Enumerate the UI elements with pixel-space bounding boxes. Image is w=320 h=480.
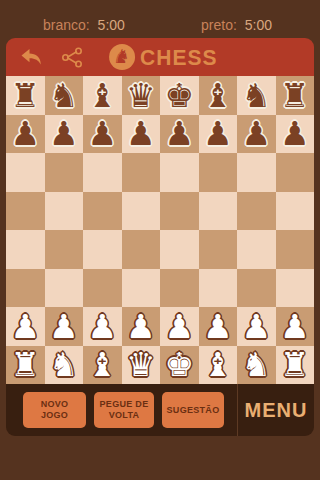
black-pawn-piece[interactable]: ♟	[10, 117, 40, 150]
square-g7[interactable]: ♟	[237, 115, 276, 154]
square-h6[interactable]	[276, 153, 315, 192]
square-f6[interactable]	[199, 153, 238, 192]
square-c3[interactable]	[83, 269, 122, 308]
square-c2[interactable]: ♟	[83, 307, 122, 346]
square-h8[interactable]: ♜	[276, 76, 315, 115]
square-d2[interactable]: ♟	[122, 307, 161, 346]
black-pawn-piece[interactable]: ♟	[49, 117, 79, 150]
square-e8[interactable]: ♚	[160, 76, 199, 115]
square-h1[interactable]: ♜	[276, 346, 315, 385]
square-e4[interactable]	[160, 230, 199, 269]
square-b4[interactable]	[45, 230, 84, 269]
white-pawn-piece[interactable]: ♟	[126, 310, 156, 343]
black-pawn-piece[interactable]: ♟	[203, 117, 233, 150]
square-c5[interactable]	[83, 192, 122, 231]
square-h3[interactable]	[276, 269, 315, 308]
square-d1[interactable]: ♛	[122, 346, 161, 385]
square-h4[interactable]	[276, 230, 315, 269]
square-b5[interactable]	[45, 192, 84, 231]
square-d3[interactable]	[122, 269, 161, 308]
square-c6[interactable]	[83, 153, 122, 192]
app-title: CHESS	[140, 44, 217, 70]
square-e6[interactable]	[160, 153, 199, 192]
white-clock: branco: 5:00	[43, 17, 125, 33]
square-c1[interactable]: ♝	[83, 346, 122, 385]
white-pawn-piece[interactable]: ♟	[203, 310, 233, 343]
square-d5[interactable]	[122, 192, 161, 231]
white-knight-piece[interactable]: ♞	[49, 348, 79, 381]
white-bishop-piece[interactable]: ♝	[87, 348, 117, 381]
square-f4[interactable]	[199, 230, 238, 269]
square-b3[interactable]	[45, 269, 84, 308]
square-h5[interactable]	[276, 192, 315, 231]
square-a7[interactable]: ♟	[6, 115, 45, 154]
square-b7[interactable]: ♟	[45, 115, 84, 154]
square-a3[interactable]	[6, 269, 45, 308]
knight-logo-icon: ♞	[109, 44, 135, 70]
black-pawn-piece[interactable]: ♟	[126, 117, 156, 150]
white-pawn-piece[interactable]: ♟	[87, 310, 117, 343]
black-king-piece[interactable]: ♚	[164, 79, 194, 112]
white-pawn-piece[interactable]: ♟	[10, 310, 40, 343]
take-back-button[interactable]: PEGUE DE VOLTA	[94, 392, 154, 428]
black-queen-piece[interactable]: ♛	[126, 79, 156, 112]
square-b6[interactable]	[45, 153, 84, 192]
black-clock: preto: 5:00	[201, 17, 272, 33]
white-rook-piece[interactable]: ♜	[10, 348, 40, 381]
black-pawn-piece[interactable]: ♟	[87, 117, 117, 150]
square-a8[interactable]: ♜	[6, 76, 45, 115]
black-bishop-piece[interactable]: ♝	[87, 79, 117, 112]
square-a4[interactable]	[6, 230, 45, 269]
square-g1[interactable]: ♞	[237, 346, 276, 385]
square-b1[interactable]: ♞	[45, 346, 84, 385]
white-knight-piece[interactable]: ♞	[241, 348, 271, 381]
menu-button[interactable]: MENU	[238, 384, 314, 436]
square-f8[interactable]: ♝	[199, 76, 238, 115]
black-pawn-piece[interactable]: ♟	[280, 117, 310, 150]
black-rook-piece[interactable]: ♜	[280, 79, 310, 112]
white-pawn-piece[interactable]: ♟	[164, 310, 194, 343]
square-b8[interactable]: ♞	[45, 76, 84, 115]
white-rook-piece[interactable]: ♜	[280, 348, 310, 381]
square-e3[interactable]	[160, 269, 199, 308]
app-logo: ♞ CHESS	[109, 38, 217, 76]
square-c7[interactable]: ♟	[83, 115, 122, 154]
square-f7[interactable]: ♟	[199, 115, 238, 154]
square-h2[interactable]: ♟	[276, 307, 315, 346]
square-g8[interactable]: ♞	[237, 76, 276, 115]
square-a5[interactable]	[6, 192, 45, 231]
square-a6[interactable]	[6, 153, 45, 192]
chess-board: ♜♞♝♛♚♝♞♜♟♟♟♟♟♟♟♟♟♟♟♟♟♟♟♟♜♞♝♛♚♝♞♜	[6, 76, 314, 384]
square-c8[interactable]: ♝	[83, 76, 122, 115]
square-a1[interactable]: ♜	[6, 346, 45, 385]
black-pawn-piece[interactable]: ♟	[164, 117, 194, 150]
square-f3[interactable]	[199, 269, 238, 308]
square-g3[interactable]	[237, 269, 276, 308]
square-f5[interactable]	[199, 192, 238, 231]
new-game-button[interactable]: NOVO JOGO	[23, 392, 86, 428]
square-d6[interactable]	[122, 153, 161, 192]
black-clock-label: preto:	[201, 17, 237, 33]
square-h7[interactable]: ♟	[276, 115, 315, 154]
share-icon[interactable]	[60, 47, 84, 69]
clock-bar: branco: 5:00 preto: 5:00	[0, 0, 320, 38]
white-queen-piece[interactable]: ♛	[126, 348, 156, 381]
square-f2[interactable]: ♟	[199, 307, 238, 346]
square-a2[interactable]: ♟	[6, 307, 45, 346]
square-e2[interactable]: ♟	[160, 307, 199, 346]
hint-button[interactable]: SUGESTÃO	[162, 392, 224, 428]
black-pawn-piece[interactable]: ♟	[241, 117, 271, 150]
square-e1[interactable]: ♚	[160, 346, 199, 385]
black-bishop-piece[interactable]: ♝	[203, 79, 233, 112]
white-pawn-piece[interactable]: ♟	[241, 310, 271, 343]
square-e7[interactable]: ♟	[160, 115, 199, 154]
white-bishop-piece[interactable]: ♝	[203, 348, 233, 381]
square-d7[interactable]: ♟	[122, 115, 161, 154]
square-g5[interactable]	[237, 192, 276, 231]
action-panel: NOVO JOGO PEGUE DE VOLTA SUGESTÃO MENU	[6, 384, 314, 436]
black-rook-piece[interactable]: ♜	[10, 79, 40, 112]
chess-app: branco: 5:00 preto: 5:00	[0, 0, 320, 480]
black-knight-piece[interactable]: ♞	[241, 79, 271, 112]
black-clock-time: 5:00	[245, 17, 272, 33]
square-f1[interactable]: ♝	[199, 346, 238, 385]
square-c4[interactable]	[83, 230, 122, 269]
square-g6[interactable]	[237, 153, 276, 192]
black-knight-piece[interactable]: ♞	[49, 79, 79, 112]
square-e5[interactable]	[160, 192, 199, 231]
white-clock-label: branco:	[43, 17, 90, 33]
white-pawn-piece[interactable]: ♟	[280, 310, 310, 343]
white-king-piece[interactable]: ♚	[164, 348, 194, 381]
square-d4[interactable]	[122, 230, 161, 269]
white-clock-time: 5:00	[98, 17, 125, 33]
back-icon[interactable]	[19, 46, 43, 68]
action-buttons: NOVO JOGO PEGUE DE VOLTA SUGESTÃO	[23, 392, 224, 428]
toolbar: ♞ CHESS	[6, 38, 314, 76]
square-g2[interactable]: ♟	[237, 307, 276, 346]
square-d8[interactable]: ♛	[122, 76, 161, 115]
square-b2[interactable]: ♟	[45, 307, 84, 346]
square-g4[interactable]	[237, 230, 276, 269]
white-pawn-piece[interactable]: ♟	[49, 310, 79, 343]
